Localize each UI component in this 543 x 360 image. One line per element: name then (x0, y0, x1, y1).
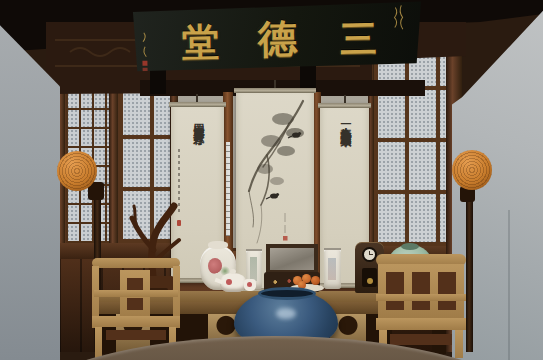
right-chair-back (378, 264, 464, 318)
right-chair-seat (376, 318, 466, 330)
left-chair-crest (92, 258, 180, 268)
blue-jar-highlight (276, 308, 296, 319)
left-scroll-top-roller (169, 102, 226, 107)
left-chair-armrest (94, 290, 178, 297)
celadon-jar-mouth (401, 243, 419, 250)
thermometer-strip (226, 142, 230, 236)
vase-rim (324, 248, 341, 250)
right-chair-panel-3 (438, 272, 456, 310)
clock-dial (362, 247, 377, 262)
left-chair-apron (106, 330, 166, 340)
left-rattan-lamp (57, 151, 97, 191)
white-teapot (220, 273, 246, 292)
white-teacup (244, 279, 256, 291)
photo-traditional-chinese-hall: 堂 德 三 四世同堂言传身教育人才 (0, 0, 543, 360)
clock-pendulum-window (362, 268, 377, 287)
right-chair-armrest (376, 294, 466, 301)
right-chair-panel-1 (386, 272, 404, 310)
vase-floral-sprig (328, 258, 336, 280)
teapot-red-floral (226, 279, 232, 285)
right-rattan-lamp (452, 150, 492, 190)
teacup-red-floral (247, 282, 252, 287)
porcelain-vase (324, 248, 341, 289)
left-chair-leg-a (95, 327, 102, 358)
left-chair-seat (92, 316, 180, 327)
right-lamp-pole (466, 192, 473, 352)
blue-jar-rim (258, 287, 316, 300)
right-armchair (376, 254, 466, 358)
right-scroll-top-roller (318, 103, 371, 108)
right-wall-seam (508, 210, 510, 360)
persimmon-3 (311, 276, 320, 285)
left-chair-splat-panel (127, 298, 143, 310)
right-chair-apron (390, 334, 452, 345)
framed-mirror (266, 244, 318, 274)
brushpot-rim (246, 249, 262, 251)
teapot-lid-knob (230, 269, 236, 274)
clock-pendulum-bob (367, 278, 373, 284)
right-chair-panel-2 (412, 272, 430, 310)
left-couplet-text: 四世同堂言传身教育人才 (190, 115, 205, 271)
right-chair-leg-b (455, 330, 463, 358)
famille-jar-neck (208, 241, 228, 249)
brushpot-painting (250, 257, 257, 281)
